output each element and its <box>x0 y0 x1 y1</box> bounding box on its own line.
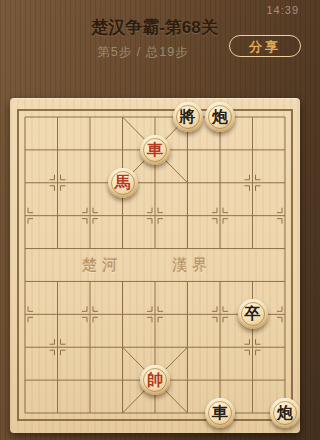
black-soldier[interactable]: 卒 <box>238 299 268 329</box>
piece-glyph: 馬 <box>115 175 131 191</box>
piece-glyph: 將 <box>180 109 196 125</box>
black-cannon-1[interactable]: 炮 <box>205 102 235 132</box>
red-chariot[interactable]: 車 <box>140 135 170 165</box>
clock: 14:39 <box>266 4 299 16</box>
xiangqi-board[interactable]: 楚河 漢界 將炮車馬卒帥車炮 <box>10 98 300 433</box>
river-label-chu: 楚河 <box>62 256 142 275</box>
black-chariot[interactable]: 車 <box>205 398 235 428</box>
piece-glyph: 卒 <box>245 306 261 322</box>
red-general[interactable]: 帥 <box>140 365 170 395</box>
piece-glyph: 炮 <box>277 405 293 421</box>
piece-glyph: 車 <box>212 405 228 421</box>
piece-glyph: 帥 <box>147 372 163 388</box>
piece-glyph: 炮 <box>212 109 228 125</box>
piece-glyph: 車 <box>147 142 163 158</box>
black-cannon-2[interactable]: 炮 <box>270 398 300 428</box>
share-button[interactable]: 分享 <box>229 35 301 57</box>
red-horse[interactable]: 馬 <box>108 168 138 198</box>
black-general[interactable]: 將 <box>173 102 203 132</box>
river-label-han: 漢界 <box>152 256 232 275</box>
